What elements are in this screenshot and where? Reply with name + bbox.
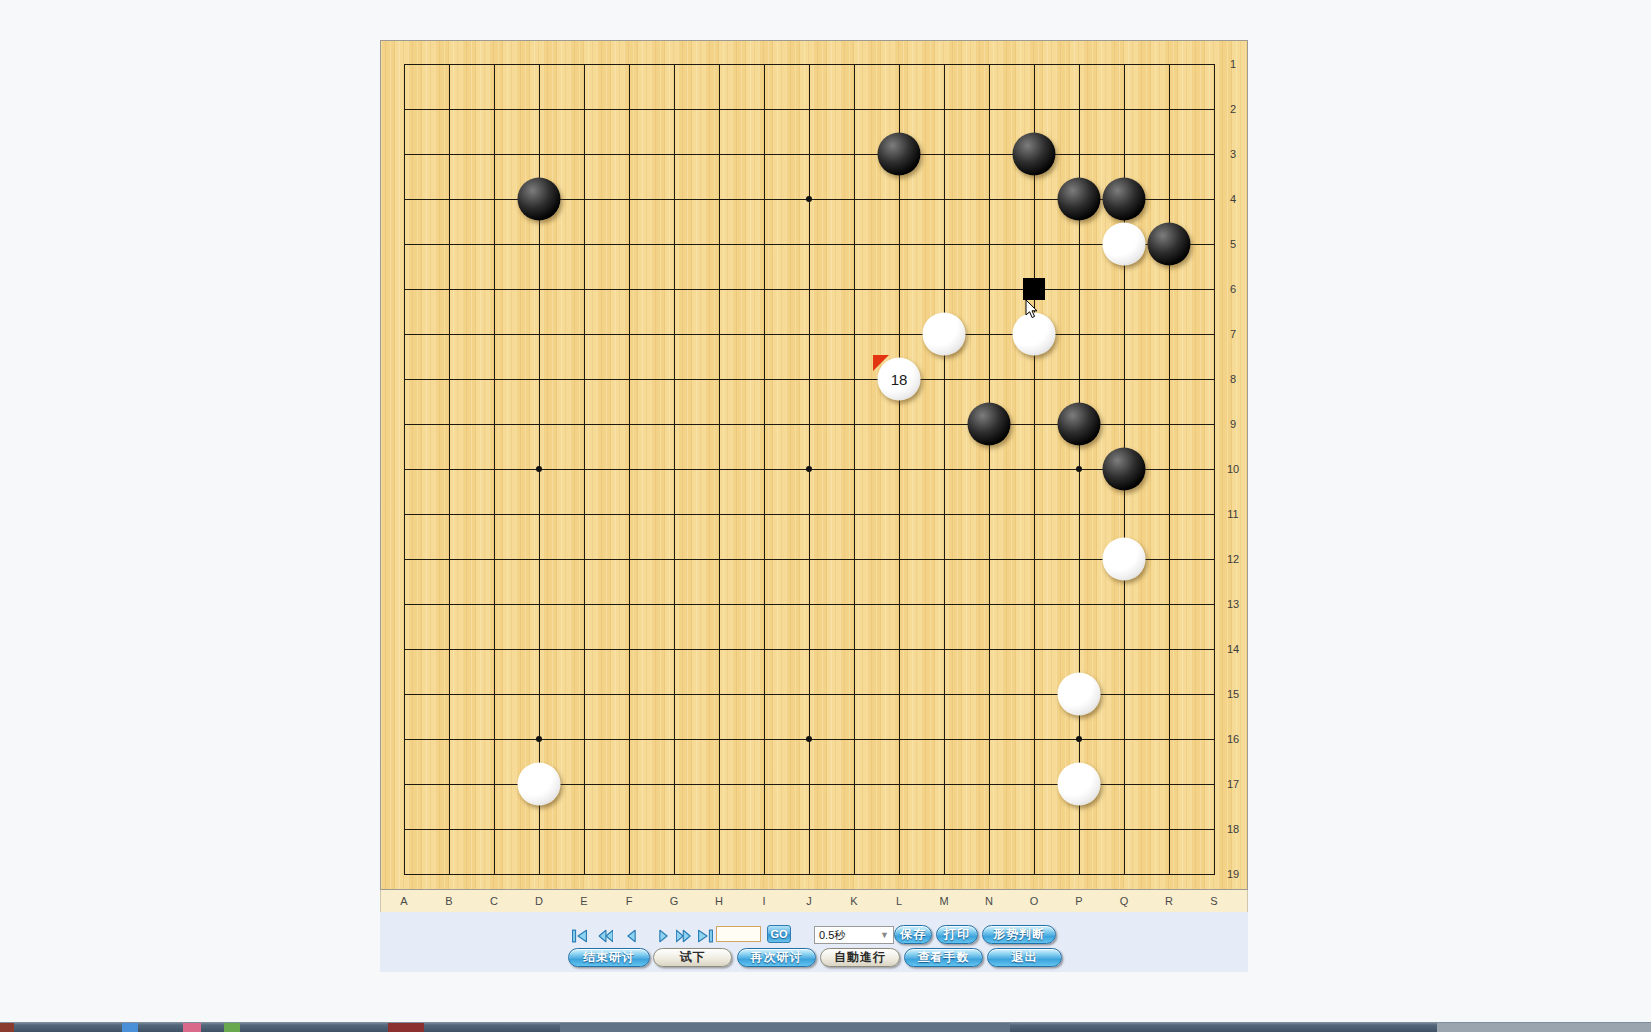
row-label-6: 6 [1219, 283, 1247, 295]
row-label-5: 5 [1219, 238, 1247, 250]
row-label-4: 4 [1219, 193, 1247, 205]
grid-line-horizontal [404, 559, 1215, 560]
stone-white-Q5 [1103, 223, 1146, 266]
taskbar-fragment [388, 1023, 424, 1032]
move-number-input[interactable] [716, 926, 761, 942]
hover-stone-cursor[interactable] [1023, 278, 1045, 300]
col-label-Q: Q [1114, 890, 1134, 912]
col-label-B: B [439, 890, 459, 912]
grid-line-vertical [989, 64, 990, 875]
row-label-2: 2 [1219, 103, 1247, 115]
stone-black-L3 [878, 133, 921, 176]
col-label-D: D [529, 890, 549, 912]
grid-line-vertical [944, 64, 945, 875]
row-label-17: 17 [1219, 778, 1247, 790]
grid-line-vertical [1214, 64, 1215, 875]
review-again-button[interactable]: 再次研讨 [737, 948, 816, 967]
go-button[interactable]: GO [767, 925, 791, 943]
try-move-button[interactable]: 试下 [653, 948, 732, 967]
col-label-R: R [1159, 890, 1179, 912]
col-label-H: H [709, 890, 729, 912]
col-label-O: O [1024, 890, 1044, 912]
column-labels-strip: ABCDEFGHIJKLMNOPQRS [380, 890, 1248, 912]
stone-white-Q12 [1103, 538, 1146, 581]
position-judgment-button[interactable]: 形势判断 [982, 925, 1056, 944]
grid-line-vertical [854, 64, 855, 875]
col-label-A: A [394, 890, 414, 912]
col-label-C: C [484, 890, 504, 912]
row-label-9: 9 [1219, 418, 1247, 430]
row-label-7: 7 [1219, 328, 1247, 340]
row-label-12: 12 [1219, 553, 1247, 565]
row-label-19: 19 [1219, 868, 1247, 880]
star-point-J4 [806, 196, 812, 202]
taskbar-fragment [1437, 1023, 1651, 1032]
speed-select-value: 0.5秒 [819, 928, 845, 943]
stone-white-M7 [923, 313, 966, 356]
star-point-D16 [536, 736, 542, 742]
col-label-J: J [799, 890, 819, 912]
taskbar-fragment [122, 1023, 138, 1032]
row-label-1: 1 [1219, 58, 1247, 70]
stone-black-D4 [518, 178, 561, 221]
grid-line-vertical [1034, 64, 1035, 875]
grid-line-horizontal [404, 604, 1215, 605]
row-label-14: 14 [1219, 643, 1247, 655]
stone-black-Q10 [1103, 448, 1146, 491]
end-review-button[interactable]: 结束研讨 [568, 948, 650, 967]
stone-white-P17 [1058, 763, 1101, 806]
row-label-8: 8 [1219, 373, 1247, 385]
col-label-M: M [934, 890, 954, 912]
mouse-cursor [1025, 300, 1040, 325]
row-label-18: 18 [1219, 823, 1247, 835]
grid-line-horizontal [404, 649, 1215, 650]
row-label-15: 15 [1219, 688, 1247, 700]
save-button[interactable]: 保存 [894, 925, 932, 944]
col-label-F: F [619, 890, 639, 912]
star-point-J10 [806, 466, 812, 472]
grid-line-horizontal [404, 829, 1215, 830]
step-back-icon[interactable] [624, 929, 639, 943]
stone-black-N9 [968, 403, 1011, 446]
col-label-S: S [1204, 890, 1224, 912]
col-label-L: L [889, 890, 909, 912]
col-label-E: E [574, 890, 594, 912]
row-label-13: 13 [1219, 598, 1247, 610]
stone-black-R5 [1148, 223, 1191, 266]
taskbar-fragment [0, 1023, 14, 1032]
star-point-P10 [1076, 466, 1082, 472]
row-label-3: 3 [1219, 148, 1247, 160]
view-move-count-button[interactable]: 查看手数 [904, 948, 983, 967]
stone-white-D17 [518, 763, 561, 806]
taskbar-fragment [183, 1023, 201, 1032]
step-forward-icon[interactable] [656, 929, 671, 943]
go-board[interactable]: 1234567891011121314151617181918 [380, 40, 1248, 890]
auto-play-button[interactable]: 自動進行 [820, 948, 900, 967]
taskbar-fragment [224, 1023, 240, 1032]
stone-black-O3 [1013, 133, 1056, 176]
col-label-K: K [844, 890, 864, 912]
speed-select[interactable]: 0.5秒 ▼ [814, 926, 894, 944]
fast-rewind-icon[interactable] [598, 929, 613, 943]
col-label-N: N [979, 890, 999, 912]
row-label-16: 16 [1219, 733, 1247, 745]
grid-line-vertical [899, 64, 900, 875]
grid-line-horizontal [404, 514, 1215, 515]
row-label-10: 10 [1219, 463, 1247, 475]
chevron-down-icon: ▼ [880, 930, 893, 940]
skip-to-start-icon[interactable] [572, 929, 587, 943]
col-label-G: G [664, 890, 684, 912]
star-point-J16 [806, 736, 812, 742]
stone-black-Q4 [1103, 178, 1146, 221]
stone-black-P9 [1058, 403, 1101, 446]
grid-line-horizontal [404, 874, 1215, 875]
print-button[interactable]: 打印 [936, 925, 978, 944]
grid-line-vertical [1169, 64, 1170, 875]
skip-to-end-icon[interactable] [698, 929, 713, 943]
star-point-P16 [1076, 736, 1082, 742]
current-move-marker [873, 355, 889, 371]
stone-black-P4 [1058, 178, 1101, 221]
taskbar-fragment [560, 1023, 1010, 1032]
control-bar: GO 0.5秒 ▼ 保存打印形势判断 结束研讨试下再次研讨自動進行查看手数退出 [380, 912, 1248, 972]
star-point-D10 [536, 466, 542, 472]
fast-forward-icon[interactable] [676, 929, 691, 943]
exit-button[interactable]: 退出 [987, 948, 1062, 967]
col-label-I: I [754, 890, 774, 912]
taskbar-edge[interactable] [0, 1022, 1651, 1032]
stone-white-P15 [1058, 673, 1101, 716]
col-label-P: P [1069, 890, 1089, 912]
row-label-11: 11 [1219, 508, 1247, 520]
